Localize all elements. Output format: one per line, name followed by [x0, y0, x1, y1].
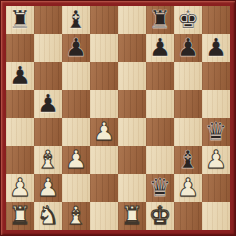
square-a3[interactable] [6, 146, 34, 174]
piece-white-pawn[interactable]: ♟ [93, 118, 115, 146]
board-frame: ♜♝♜♚♟♟♟♟♟♟♟♛♝♟♝♟♟♟♛♟♜♞♝♜♚ [0, 0, 236, 236]
square-c2[interactable] [62, 174, 90, 202]
square-d3[interactable] [90, 146, 118, 174]
square-c8[interactable]: ♝ [62, 6, 90, 34]
square-c5[interactable] [62, 90, 90, 118]
square-a2[interactable]: ♟ [6, 174, 34, 202]
square-d2[interactable] [90, 174, 118, 202]
square-h5[interactable] [202, 90, 230, 118]
square-e8[interactable] [118, 6, 146, 34]
piece-black-pawn[interactable]: ♟ [149, 34, 171, 62]
square-c6[interactable] [62, 62, 90, 90]
square-b2[interactable]: ♟ [34, 174, 62, 202]
square-a4[interactable] [6, 118, 34, 146]
square-b6[interactable] [34, 62, 62, 90]
square-c3[interactable]: ♟ [62, 146, 90, 174]
square-a6[interactable]: ♟ [6, 62, 34, 90]
square-a8[interactable]: ♜ [6, 6, 34, 34]
square-e7[interactable] [118, 34, 146, 62]
square-b3[interactable]: ♝ [34, 146, 62, 174]
square-e1[interactable]: ♜ [118, 202, 146, 230]
square-d1[interactable] [90, 202, 118, 230]
square-h7[interactable]: ♟ [202, 34, 230, 62]
chess-board: ♜♝♜♚♟♟♟♟♟♟♟♛♝♟♝♟♟♟♛♟♜♞♝♜♚ [6, 6, 230, 230]
square-g3[interactable]: ♝ [174, 146, 202, 174]
piece-white-rook[interactable]: ♜ [9, 202, 31, 230]
piece-black-queen[interactable]: ♛ [149, 174, 171, 202]
square-b7[interactable] [34, 34, 62, 62]
square-d4[interactable]: ♟ [90, 118, 118, 146]
square-d7[interactable] [90, 34, 118, 62]
piece-black-bishop[interactable]: ♝ [65, 6, 87, 34]
piece-white-king[interactable]: ♚ [149, 202, 171, 230]
square-e3[interactable] [118, 146, 146, 174]
piece-black-pawn[interactable]: ♟ [37, 90, 59, 118]
piece-white-knight[interactable]: ♞ [37, 202, 59, 230]
piece-black-rook[interactable]: ♜ [9, 6, 31, 34]
square-g6[interactable] [174, 62, 202, 90]
piece-white-rook[interactable]: ♜ [121, 202, 143, 230]
square-g5[interactable] [174, 90, 202, 118]
piece-white-pawn[interactable]: ♟ [37, 174, 59, 202]
square-f5[interactable] [146, 90, 174, 118]
square-g4[interactable] [174, 118, 202, 146]
square-f1[interactable]: ♚ [146, 202, 174, 230]
square-e4[interactable] [118, 118, 146, 146]
square-h3[interactable]: ♟ [202, 146, 230, 174]
square-b1[interactable]: ♞ [34, 202, 62, 230]
square-d6[interactable] [90, 62, 118, 90]
piece-black-pawn[interactable]: ♟ [205, 34, 227, 62]
piece-white-pawn[interactable]: ♟ [65, 146, 87, 174]
piece-white-pawn[interactable]: ♟ [205, 146, 227, 174]
piece-black-bishop[interactable]: ♝ [177, 146, 199, 174]
square-g2[interactable]: ♟ [174, 174, 202, 202]
square-f6[interactable] [146, 62, 174, 90]
square-h1[interactable] [202, 202, 230, 230]
square-b8[interactable] [34, 6, 62, 34]
square-f2[interactable]: ♛ [146, 174, 174, 202]
piece-white-pawn[interactable]: ♟ [177, 174, 199, 202]
square-a5[interactable] [6, 90, 34, 118]
square-e5[interactable] [118, 90, 146, 118]
square-h6[interactable] [202, 62, 230, 90]
square-e2[interactable] [118, 174, 146, 202]
square-g1[interactable] [174, 202, 202, 230]
piece-black-pawn[interactable]: ♟ [9, 62, 31, 90]
square-f8[interactable]: ♜ [146, 6, 174, 34]
square-c1[interactable]: ♝ [62, 202, 90, 230]
square-c4[interactable] [62, 118, 90, 146]
square-h2[interactable] [202, 174, 230, 202]
piece-white-bishop[interactable]: ♝ [37, 146, 59, 174]
piece-black-pawn[interactable]: ♟ [65, 34, 87, 62]
square-a1[interactable]: ♜ [6, 202, 34, 230]
square-d5[interactable] [90, 90, 118, 118]
square-h4[interactable]: ♛ [202, 118, 230, 146]
square-e6[interactable] [118, 62, 146, 90]
square-a7[interactable] [6, 34, 34, 62]
piece-black-king[interactable]: ♚ [177, 6, 199, 34]
square-g7[interactable]: ♟ [174, 34, 202, 62]
square-h8[interactable] [202, 6, 230, 34]
piece-white-bishop[interactable]: ♝ [65, 202, 87, 230]
square-d8[interactable] [90, 6, 118, 34]
piece-black-queen[interactable]: ♛ [205, 118, 227, 146]
square-c7[interactable]: ♟ [62, 34, 90, 62]
square-f7[interactable]: ♟ [146, 34, 174, 62]
piece-black-rook[interactable]: ♜ [149, 6, 171, 34]
square-b4[interactable] [34, 118, 62, 146]
square-b5[interactable]: ♟ [34, 90, 62, 118]
square-f3[interactable] [146, 146, 174, 174]
square-f4[interactable] [146, 118, 174, 146]
piece-white-pawn[interactable]: ♟ [9, 174, 31, 202]
square-g8[interactable]: ♚ [174, 6, 202, 34]
piece-black-pawn[interactable]: ♟ [177, 34, 199, 62]
